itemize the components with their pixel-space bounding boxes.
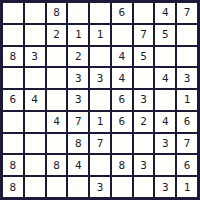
cell-r2c9[interactable] bbox=[177, 25, 197, 45]
cell-r8c2[interactable] bbox=[25, 155, 45, 175]
cell-r5c1[interactable]: 6 bbox=[3, 90, 23, 110]
cell-r8c4[interactable]: 4 bbox=[68, 155, 88, 175]
cell-r1c8[interactable]: 4 bbox=[155, 3, 175, 23]
cell-r2c4[interactable]: 1 bbox=[68, 25, 88, 45]
cell-r1c3[interactable]: 8 bbox=[47, 3, 67, 23]
cell-r6c9[interactable]: 6 bbox=[177, 112, 197, 132]
cell-r9c6[interactable] bbox=[112, 177, 132, 197]
cell-r5c3[interactable] bbox=[47, 90, 67, 110]
cell-r9c7[interactable] bbox=[134, 177, 154, 197]
cell-r8c6[interactable]: 8 bbox=[112, 155, 132, 175]
cell-r1c5[interactable] bbox=[90, 3, 110, 23]
cell-r9c3[interactable] bbox=[47, 177, 67, 197]
cell-r4c6[interactable]: 4 bbox=[112, 68, 132, 88]
cell-r9c1[interactable]: 8 bbox=[3, 177, 23, 197]
cell-r3c2[interactable]: 3 bbox=[25, 47, 45, 67]
cell-r1c9[interactable]: 7 bbox=[177, 3, 197, 23]
cell-r2c2[interactable] bbox=[25, 25, 45, 45]
cell-r9c5[interactable]: 3 bbox=[90, 177, 110, 197]
cell-r5c9[interactable]: 1 bbox=[177, 90, 197, 110]
cell-r4c9[interactable]: 3 bbox=[177, 68, 197, 88]
cell-r6c1[interactable] bbox=[3, 112, 23, 132]
cell-r1c2[interactable] bbox=[25, 3, 45, 23]
cell-r6c5[interactable]: 1 bbox=[90, 112, 110, 132]
cell-r9c9[interactable]: 1 bbox=[177, 177, 197, 197]
cell-r1c4[interactable] bbox=[68, 3, 88, 23]
cell-r8c5[interactable] bbox=[90, 155, 110, 175]
cell-r2c7[interactable]: 7 bbox=[134, 25, 154, 45]
cell-r2c3[interactable]: 2 bbox=[47, 25, 67, 45]
cell-r8c7[interactable]: 3 bbox=[134, 155, 154, 175]
cell-r4c3[interactable] bbox=[47, 68, 67, 88]
cell-r7c5[interactable]: 7 bbox=[90, 134, 110, 154]
cell-r6c6[interactable]: 6 bbox=[112, 112, 132, 132]
cell-r4c4[interactable]: 3 bbox=[68, 68, 88, 88]
cell-r3c3[interactable] bbox=[47, 47, 67, 67]
cell-r7c8[interactable]: 3 bbox=[155, 134, 175, 154]
cell-r2c5[interactable]: 1 bbox=[90, 25, 110, 45]
cell-r6c8[interactable]: 4 bbox=[155, 112, 175, 132]
cell-r4c5[interactable]: 3 bbox=[90, 68, 110, 88]
cell-r4c2[interactable] bbox=[25, 68, 45, 88]
cell-r5c6[interactable]: 6 bbox=[112, 90, 132, 110]
cell-r6c2[interactable] bbox=[25, 112, 45, 132]
cell-r3c1[interactable]: 8 bbox=[3, 47, 23, 67]
cell-r6c7[interactable]: 2 bbox=[134, 112, 154, 132]
cell-r3c6[interactable]: 4 bbox=[112, 47, 132, 67]
cell-r7c6[interactable] bbox=[112, 134, 132, 154]
cell-r8c1[interactable]: 8 bbox=[3, 155, 23, 175]
cell-r5c8[interactable] bbox=[155, 90, 175, 110]
cell-r3c4[interactable]: 2 bbox=[68, 47, 88, 67]
cell-r3c5[interactable] bbox=[90, 47, 110, 67]
cell-r9c4[interactable] bbox=[68, 177, 88, 197]
cell-r5c2[interactable]: 4 bbox=[25, 90, 45, 110]
cell-r7c7[interactable] bbox=[134, 134, 154, 154]
cell-r9c8[interactable]: 3 bbox=[155, 177, 175, 197]
cell-r7c1[interactable] bbox=[3, 134, 23, 154]
cell-r7c4[interactable]: 8 bbox=[68, 134, 88, 154]
cell-r6c3[interactable]: 4 bbox=[47, 112, 67, 132]
cell-r2c1[interactable] bbox=[3, 25, 23, 45]
cell-r2c6[interactable] bbox=[112, 25, 132, 45]
cell-r7c9[interactable]: 7 bbox=[177, 134, 197, 154]
cell-r1c6[interactable]: 6 bbox=[112, 3, 132, 23]
cell-r2c8[interactable]: 5 bbox=[155, 25, 175, 45]
sudoku-board: 8647211758324533443643631471624687378848… bbox=[0, 0, 200, 200]
cell-r4c1[interactable] bbox=[3, 68, 23, 88]
cell-r7c2[interactable] bbox=[25, 134, 45, 154]
cell-r3c9[interactable] bbox=[177, 47, 197, 67]
cell-r8c9[interactable]: 6 bbox=[177, 155, 197, 175]
cell-r3c7[interactable]: 5 bbox=[134, 47, 154, 67]
cell-r3c8[interactable] bbox=[155, 47, 175, 67]
cell-r5c5[interactable] bbox=[90, 90, 110, 110]
cell-r8c8[interactable] bbox=[155, 155, 175, 175]
cell-r1c1[interactable] bbox=[3, 3, 23, 23]
cell-r8c3[interactable]: 8 bbox=[47, 155, 67, 175]
cell-r5c7[interactable]: 3 bbox=[134, 90, 154, 110]
cell-r6c4[interactable]: 7 bbox=[68, 112, 88, 132]
cell-r9c2[interactable] bbox=[25, 177, 45, 197]
cell-r7c3[interactable] bbox=[47, 134, 67, 154]
cell-r1c7[interactable] bbox=[134, 3, 154, 23]
cell-r4c7[interactable] bbox=[134, 68, 154, 88]
cell-r4c8[interactable]: 4 bbox=[155, 68, 175, 88]
cell-r5c4[interactable]: 3 bbox=[68, 90, 88, 110]
